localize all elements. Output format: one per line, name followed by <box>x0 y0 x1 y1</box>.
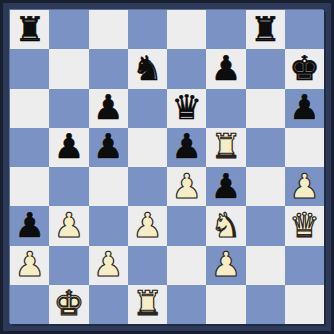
square-f3[interactable]: ♞ <box>206 206 245 245</box>
white-king-b1[interactable]: ♚ <box>54 286 84 320</box>
square-g5[interactable] <box>246 128 285 167</box>
square-d6[interactable] <box>128 89 167 128</box>
square-h7[interactable]: ♚ <box>285 49 324 88</box>
black-pawn-f7[interactable]: ♟ <box>211 51 241 85</box>
square-f2[interactable]: ♟ <box>206 246 245 285</box>
black-knight-d7[interactable]: ♞ <box>132 51 162 85</box>
square-h2[interactable] <box>285 246 324 285</box>
white-pawn-d3[interactable]: ♟ <box>132 208 162 242</box>
square-f7[interactable]: ♟ <box>206 49 245 88</box>
square-e7[interactable] <box>167 49 206 88</box>
square-h6[interactable]: ♟ <box>285 89 324 128</box>
square-h8[interactable] <box>285 10 324 49</box>
square-g7[interactable] <box>246 49 285 88</box>
square-c7[interactable] <box>89 49 128 88</box>
square-f6[interactable] <box>206 89 245 128</box>
white-queen-h3[interactable]: ♛ <box>289 208 319 242</box>
square-h4[interactable]: ♟ <box>285 167 324 206</box>
square-b6[interactable] <box>49 89 88 128</box>
white-pawn-e4[interactable]: ♟ <box>171 169 201 203</box>
square-c6[interactable]: ♟ <box>89 89 128 128</box>
black-pawn-b5[interactable]: ♟ <box>54 129 84 163</box>
black-rook-a8[interactable]: ♜ <box>14 12 44 46</box>
square-g4[interactable] <box>246 167 285 206</box>
square-e2[interactable] <box>167 246 206 285</box>
black-pawn-c5[interactable]: ♟ <box>93 129 123 163</box>
black-rook-g8[interactable]: ♜ <box>250 12 280 46</box>
white-rook-d1[interactable]: ♜ <box>132 286 162 320</box>
square-b3[interactable]: ♟ <box>49 206 88 245</box>
square-c2[interactable]: ♟ <box>89 246 128 285</box>
square-g3[interactable] <box>246 206 285 245</box>
square-g2[interactable] <box>246 246 285 285</box>
white-pawn-b3[interactable]: ♟ <box>54 208 84 242</box>
black-king-h7[interactable]: ♚ <box>289 51 319 85</box>
square-d1[interactable]: ♜ <box>128 285 167 324</box>
white-rook-f5[interactable]: ♜ <box>211 129 241 163</box>
square-c8[interactable] <box>89 10 128 49</box>
square-d7[interactable]: ♞ <box>128 49 167 88</box>
white-pawn-a2[interactable]: ♟ <box>14 247 44 281</box>
chess-board-frame: ♜♜♞♟♚♟♛♟♟♟♟♜♟♟♟♟♟♟♞♛♟♟♟♚♜ <box>0 0 334 334</box>
square-b4[interactable] <box>49 167 88 206</box>
black-pawn-a3[interactable]: ♟ <box>14 208 44 242</box>
square-f4[interactable]: ♟ <box>206 167 245 206</box>
square-e3[interactable] <box>167 206 206 245</box>
square-a4[interactable] <box>10 167 49 206</box>
chess-board: ♜♜♞♟♚♟♛♟♟♟♟♜♟♟♟♟♟♟♞♛♟♟♟♚♜ <box>10 10 324 324</box>
square-e6[interactable]: ♛ <box>167 89 206 128</box>
square-g8[interactable]: ♜ <box>246 10 285 49</box>
square-a1[interactable] <box>10 285 49 324</box>
square-a3[interactable]: ♟ <box>10 206 49 245</box>
square-d4[interactable] <box>128 167 167 206</box>
square-b8[interactable] <box>49 10 88 49</box>
square-f8[interactable] <box>206 10 245 49</box>
white-pawn-f2[interactable]: ♟ <box>211 247 241 281</box>
square-h3[interactable]: ♛ <box>285 206 324 245</box>
white-pawn-h4[interactable]: ♟ <box>289 169 319 203</box>
black-pawn-c6[interactable]: ♟ <box>93 90 123 124</box>
black-pawn-h6[interactable]: ♟ <box>289 90 319 124</box>
square-b5[interactable]: ♟ <box>49 128 88 167</box>
square-f5[interactable]: ♜ <box>206 128 245 167</box>
square-b7[interactable] <box>49 49 88 88</box>
square-d3[interactable]: ♟ <box>128 206 167 245</box>
square-a2[interactable]: ♟ <box>10 246 49 285</box>
square-c5[interactable]: ♟ <box>89 128 128 167</box>
square-a8[interactable]: ♜ <box>10 10 49 49</box>
black-pawn-e5[interactable]: ♟ <box>171 129 201 163</box>
black-queen-e6[interactable]: ♛ <box>171 90 201 124</box>
square-c4[interactable] <box>89 167 128 206</box>
square-e4[interactable]: ♟ <box>167 167 206 206</box>
square-h5[interactable] <box>285 128 324 167</box>
white-pawn-c2[interactable]: ♟ <box>93 247 123 281</box>
square-d2[interactable] <box>128 246 167 285</box>
square-f1[interactable] <box>206 285 245 324</box>
white-knight-f3[interactable]: ♞ <box>211 208 241 242</box>
square-g1[interactable] <box>246 285 285 324</box>
square-e5[interactable]: ♟ <box>167 128 206 167</box>
square-c1[interactable] <box>89 285 128 324</box>
square-a6[interactable] <box>10 89 49 128</box>
square-c3[interactable] <box>89 206 128 245</box>
square-b1[interactable]: ♚ <box>49 285 88 324</box>
square-e1[interactable] <box>167 285 206 324</box>
square-e8[interactable] <box>167 10 206 49</box>
square-h1[interactable] <box>285 285 324 324</box>
black-pawn-f4[interactable]: ♟ <box>211 169 241 203</box>
square-d8[interactable] <box>128 10 167 49</box>
square-b2[interactable] <box>49 246 88 285</box>
square-g6[interactable] <box>246 89 285 128</box>
square-a5[interactable] <box>10 128 49 167</box>
square-a7[interactable] <box>10 49 49 88</box>
square-d5[interactable] <box>128 128 167 167</box>
